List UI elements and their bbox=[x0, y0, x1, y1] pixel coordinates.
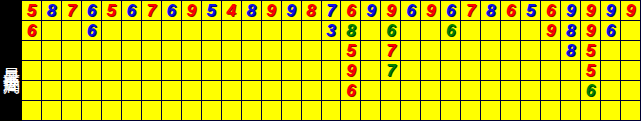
grid-cell bbox=[561, 101, 580, 120]
grid-cell bbox=[222, 81, 241, 100]
grid-cell bbox=[541, 41, 560, 60]
grid-cell: 6 bbox=[122, 1, 141, 20]
grid-cell bbox=[461, 61, 480, 80]
grid-cell bbox=[262, 41, 281, 60]
grid-cell bbox=[282, 61, 301, 80]
grid-cell bbox=[441, 81, 460, 100]
grid-cell bbox=[361, 41, 380, 60]
grid-cell bbox=[481, 61, 500, 80]
grid-cell: 6 bbox=[541, 1, 560, 20]
grid-cell: 6 bbox=[82, 21, 101, 40]
grid-cell bbox=[461, 21, 480, 40]
grid-cell bbox=[361, 61, 380, 80]
grid-cell bbox=[282, 21, 301, 40]
grid-cell bbox=[461, 101, 480, 120]
grid-cell bbox=[401, 61, 420, 80]
grid-cell bbox=[461, 41, 480, 60]
grid-cell bbox=[341, 101, 360, 120]
grid-cell: 6 bbox=[381, 21, 400, 40]
grid-cell bbox=[42, 61, 61, 80]
grid-cell bbox=[302, 61, 321, 80]
grid-cell bbox=[202, 81, 221, 100]
grid-cell bbox=[601, 41, 620, 60]
grid-cell bbox=[182, 61, 201, 80]
grid-cell bbox=[182, 81, 201, 100]
grid-cell bbox=[302, 81, 321, 100]
grid-cell bbox=[381, 81, 400, 100]
grid-cell: 6 bbox=[441, 21, 460, 40]
grid-cell: 8 bbox=[242, 1, 261, 20]
grid-cell bbox=[122, 41, 141, 60]
grid-cell: 5 bbox=[22, 1, 41, 20]
grid-cell: 9 bbox=[621, 1, 640, 20]
grid-cell bbox=[262, 21, 281, 40]
grid-cell bbox=[42, 41, 61, 60]
grid-cell bbox=[262, 61, 281, 80]
grid-cell bbox=[481, 21, 500, 40]
grid-cell: 7 bbox=[461, 1, 480, 20]
grid-cell bbox=[421, 101, 440, 120]
grid-cell: 6 bbox=[401, 1, 420, 20]
grid-cell bbox=[162, 81, 181, 100]
grid-cell bbox=[401, 81, 420, 100]
grid-cell bbox=[182, 101, 201, 120]
grid-cell bbox=[601, 101, 620, 120]
grid-cell bbox=[621, 41, 640, 60]
grid-cell bbox=[122, 101, 141, 120]
grid-cell bbox=[621, 61, 640, 80]
board-title-vertical: 显示最近牌局 bbox=[0, 0, 22, 121]
grid-cell bbox=[521, 101, 540, 120]
grid-cell bbox=[621, 81, 640, 100]
grid-cell bbox=[242, 41, 261, 60]
grid-cell bbox=[22, 61, 41, 80]
grid-cell bbox=[282, 41, 301, 60]
grid-cell bbox=[521, 81, 540, 100]
grid-cell: 6 bbox=[82, 1, 101, 20]
grid-cell bbox=[222, 61, 241, 80]
grid-cell bbox=[62, 41, 81, 60]
grid-cell bbox=[162, 21, 181, 40]
grid-cell bbox=[421, 41, 440, 60]
grid-cell: 7 bbox=[62, 1, 81, 20]
grid-cell bbox=[62, 81, 81, 100]
grid-cell: 6 bbox=[341, 81, 360, 100]
grid-cell bbox=[122, 21, 141, 40]
grid-cell bbox=[621, 21, 640, 40]
grid-cell: 9 bbox=[561, 1, 580, 20]
grid-cell: 9 bbox=[541, 21, 560, 40]
grid-cell bbox=[42, 21, 61, 40]
grid-cell bbox=[162, 41, 181, 60]
grid-cell bbox=[282, 101, 301, 120]
grid-cell: 7 bbox=[142, 1, 161, 20]
grid-cell: 6 bbox=[162, 1, 181, 20]
grid-cell: 8 bbox=[561, 21, 580, 40]
grid-cell: 5 bbox=[581, 41, 600, 60]
grid-cell bbox=[481, 41, 500, 60]
grid-cell bbox=[42, 81, 61, 100]
grid-cell: 9 bbox=[361, 1, 380, 20]
grid-cell bbox=[501, 101, 520, 120]
grid-cell: 5 bbox=[202, 1, 221, 20]
grid-cell bbox=[242, 81, 261, 100]
grid-cell bbox=[162, 61, 181, 80]
grid-cell bbox=[102, 61, 121, 80]
grid-cell bbox=[162, 101, 181, 120]
grid-cell bbox=[102, 101, 121, 120]
grid-cell: 8 bbox=[481, 1, 500, 20]
grid-cell bbox=[182, 41, 201, 60]
grid-cell: 5 bbox=[581, 61, 600, 80]
grid-cell bbox=[441, 101, 460, 120]
grid-cell: 6 bbox=[22, 21, 41, 40]
grid-cell bbox=[501, 21, 520, 40]
grid-cell: 9 bbox=[421, 1, 440, 20]
game-grid: 5876567695489987699696786569999663866989… bbox=[22, 0, 641, 121]
grid-cell bbox=[142, 21, 161, 40]
grid-cell bbox=[361, 81, 380, 100]
grid-cell bbox=[62, 61, 81, 80]
grid-cell bbox=[22, 81, 41, 100]
grid-cell bbox=[441, 41, 460, 60]
grid-cell bbox=[122, 81, 141, 100]
grid-cell: 9 bbox=[581, 1, 600, 20]
grid-cell bbox=[82, 101, 101, 120]
grid-cell bbox=[401, 21, 420, 40]
grid-cell: 7 bbox=[381, 41, 400, 60]
grid-cell bbox=[541, 101, 560, 120]
grid-cell: 9 bbox=[581, 21, 600, 40]
grid-cell bbox=[361, 21, 380, 40]
grid-cell: 4 bbox=[222, 1, 241, 20]
grid-cell bbox=[541, 61, 560, 80]
grid-cell bbox=[361, 101, 380, 120]
grid-cell bbox=[521, 41, 540, 60]
grid-cell: 9 bbox=[182, 1, 201, 20]
grid-cell bbox=[581, 101, 600, 120]
grid-cell: 9 bbox=[601, 1, 620, 20]
grid-cell bbox=[62, 21, 81, 40]
grid-cell bbox=[481, 81, 500, 100]
grid-cell bbox=[102, 41, 121, 60]
grid-cell bbox=[501, 41, 520, 60]
grid-cell bbox=[202, 21, 221, 40]
grid-cell bbox=[142, 41, 161, 60]
grid-cell: 8 bbox=[302, 1, 321, 20]
grid-cell bbox=[322, 81, 341, 100]
grid-cell: 5 bbox=[341, 41, 360, 60]
grid-cell bbox=[282, 81, 301, 100]
grid-cell bbox=[202, 101, 221, 120]
grid-cell bbox=[421, 61, 440, 80]
grid-cell: 5 bbox=[102, 1, 121, 20]
grid-cell: 9 bbox=[341, 61, 360, 80]
grid-cell bbox=[222, 101, 241, 120]
grid-cell bbox=[42, 101, 61, 120]
grid-cell bbox=[461, 81, 480, 100]
grid-cell bbox=[621, 101, 640, 120]
grid-cell bbox=[302, 21, 321, 40]
grid-cell: 3 bbox=[322, 21, 341, 40]
grid-cell bbox=[142, 101, 161, 120]
grid-cell bbox=[202, 41, 221, 60]
grid-cell: 8 bbox=[341, 21, 360, 40]
grid-cell bbox=[521, 21, 540, 40]
grid-cell: 6 bbox=[441, 1, 460, 20]
grid-cell: 7 bbox=[381, 61, 400, 80]
grid-cell: 6 bbox=[601, 21, 620, 40]
grid-cell bbox=[561, 81, 580, 100]
grid-cell bbox=[322, 41, 341, 60]
grid-cell bbox=[242, 61, 261, 80]
grid-cell: 9 bbox=[262, 1, 281, 20]
grid-cell bbox=[541, 81, 560, 100]
grid-cell: 6 bbox=[501, 1, 520, 20]
grid-cell bbox=[242, 21, 261, 40]
grid-cell bbox=[401, 101, 420, 120]
grid-cell: 7 bbox=[322, 1, 341, 20]
grid-cell bbox=[481, 101, 500, 120]
grid-cell bbox=[102, 81, 121, 100]
grid-cell bbox=[122, 61, 141, 80]
grid-cell bbox=[601, 61, 620, 80]
grid-cell bbox=[242, 101, 261, 120]
grid-cell bbox=[22, 101, 41, 120]
grid-cell bbox=[82, 61, 101, 80]
grid-cell bbox=[501, 81, 520, 100]
grid-cell bbox=[421, 81, 440, 100]
grid-cell: 8 bbox=[42, 1, 61, 20]
recent-rounds-board: 显示最近牌局 587656769548998769969678656999966… bbox=[0, 0, 641, 121]
grid-cell: 6 bbox=[581, 81, 600, 100]
grid-cell bbox=[142, 61, 161, 80]
grid-cell bbox=[102, 21, 121, 40]
grid-cell: 9 bbox=[282, 1, 301, 20]
grid-cell bbox=[601, 81, 620, 100]
grid-cell bbox=[322, 61, 341, 80]
grid-cell: 9 bbox=[381, 1, 400, 20]
grid-cell bbox=[501, 61, 520, 80]
grid-cell bbox=[401, 41, 420, 60]
grid-cell bbox=[22, 41, 41, 60]
grid-cell bbox=[202, 61, 221, 80]
grid-cell: 5 bbox=[521, 1, 540, 20]
grid-cell bbox=[302, 101, 321, 120]
grid-cell bbox=[182, 21, 201, 40]
grid-cell bbox=[262, 101, 281, 120]
grid-cell bbox=[142, 81, 161, 100]
grid-cell bbox=[322, 101, 341, 120]
grid-cell bbox=[82, 81, 101, 100]
grid-cell: 8 bbox=[561, 41, 580, 60]
grid-cell bbox=[222, 21, 241, 40]
grid-cell bbox=[561, 61, 580, 80]
grid-cell bbox=[222, 41, 241, 60]
grid-cell bbox=[441, 61, 460, 80]
grid-cell bbox=[302, 41, 321, 60]
grid-cell bbox=[521, 61, 540, 80]
grid-cell bbox=[262, 81, 281, 100]
grid-cell bbox=[421, 21, 440, 40]
grid-cell: 6 bbox=[341, 1, 360, 20]
grid-cell bbox=[381, 101, 400, 120]
grid-cell bbox=[62, 101, 81, 120]
grid-cell bbox=[82, 41, 101, 60]
